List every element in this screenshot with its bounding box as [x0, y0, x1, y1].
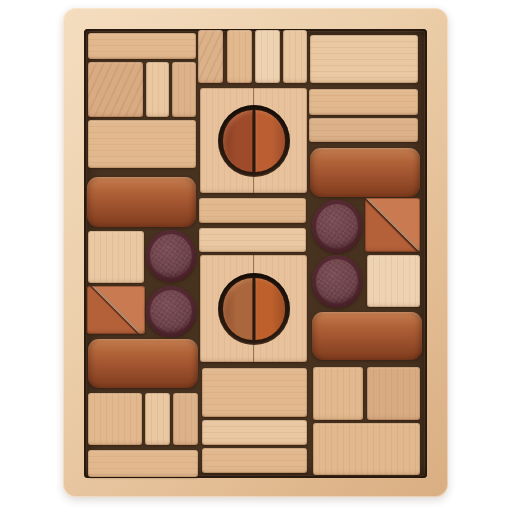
blocks-layer	[0, 0, 510, 510]
square-block	[313, 367, 363, 420]
half-cylinder-right	[255, 110, 285, 172]
plank-block	[313, 423, 420, 475]
square-block	[88, 231, 144, 283]
plank-block	[88, 33, 196, 59]
plank-block	[202, 368, 307, 417]
plank-block	[88, 450, 198, 477]
vrect-block	[145, 393, 170, 445]
triangle-block	[87, 286, 145, 334]
vrect-block	[173, 393, 198, 445]
disc-block	[146, 230, 196, 282]
plank-block	[199, 198, 306, 223]
disc-block	[146, 286, 196, 337]
plank-block	[202, 448, 307, 473]
vrect-block	[198, 30, 223, 83]
disc-block	[312, 255, 362, 308]
half-cylinder-right	[255, 278, 285, 340]
half-cylinder-left	[223, 110, 253, 172]
vrect-block	[227, 30, 252, 83]
vrect-block	[172, 62, 196, 117]
square-block	[88, 62, 143, 117]
cylinder-block	[310, 148, 420, 197]
square-block	[367, 367, 420, 420]
vrect-block	[255, 30, 280, 83]
square-block	[88, 393, 142, 445]
plank-block	[202, 420, 307, 445]
plank-block	[88, 120, 196, 168]
triangle-block	[365, 198, 420, 252]
cylinder-block	[88, 339, 198, 388]
arch-block	[200, 255, 307, 362]
cylinder-block	[312, 312, 422, 360]
scene	[0, 0, 510, 510]
circle-hole	[218, 105, 290, 177]
half-cylinder-left	[223, 278, 253, 340]
vrect-block	[283, 30, 307, 83]
arch-block	[200, 88, 307, 193]
cylinder-block	[87, 177, 196, 227]
plank-block	[309, 89, 418, 115]
circle-hole	[218, 273, 290, 345]
square-block	[367, 255, 420, 307]
plank-block	[310, 35, 418, 83]
plank-block	[199, 228, 306, 252]
plank-block	[309, 118, 418, 142]
disc-block	[312, 200, 362, 253]
vrect-block	[146, 62, 169, 117]
